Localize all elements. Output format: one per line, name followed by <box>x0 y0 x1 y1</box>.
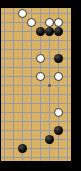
board-intersection[interactable] <box>27 144 36 153</box>
board-intersection[interactable] <box>18 90 27 99</box>
board-intersection[interactable] <box>45 117 54 126</box>
white-stone <box>45 18 54 27</box>
black-stone <box>54 27 63 36</box>
board-intersection[interactable] <box>9 117 18 126</box>
board-intersection[interactable] <box>54 117 63 126</box>
star-point <box>48 84 51 87</box>
board-intersection[interactable] <box>9 90 18 99</box>
board-intersection[interactable] <box>18 27 27 36</box>
board-intersection[interactable] <box>63 27 72 36</box>
white-stone <box>36 54 45 63</box>
board-intersection[interactable] <box>9 135 18 144</box>
board-intersection[interactable] <box>0 45 9 54</box>
board-intersection[interactable] <box>27 36 36 45</box>
board-intersection[interactable] <box>9 81 18 90</box>
board-intersection[interactable] <box>0 90 9 99</box>
board-intersection[interactable] <box>36 63 45 72</box>
black-stone <box>54 54 63 63</box>
white-stone <box>36 72 45 81</box>
white-stone <box>54 108 63 117</box>
board-intersection[interactable] <box>27 90 36 99</box>
board-intersection[interactable] <box>36 117 45 126</box>
board-intersection[interactable] <box>45 45 54 54</box>
board-intersection[interactable] <box>54 9 63 18</box>
board-intersection[interactable] <box>0 144 9 153</box>
board-intersection[interactable] <box>45 99 54 108</box>
board-intersection[interactable] <box>63 117 72 126</box>
board-intersection[interactable] <box>54 99 63 108</box>
board-intersection[interactable] <box>63 135 72 144</box>
board-intersection[interactable] <box>63 63 72 72</box>
board-intersection[interactable] <box>54 81 63 90</box>
board-intersection[interactable] <box>18 153 27 162</box>
board-intersection[interactable] <box>54 36 63 45</box>
board-intersection[interactable] <box>18 9 27 18</box>
board-intersection[interactable] <box>0 72 9 81</box>
board-intersection[interactable] <box>54 108 63 117</box>
board-intersection[interactable] <box>0 99 9 108</box>
board-intersection[interactable] <box>9 153 18 162</box>
board-intersection[interactable] <box>63 153 72 162</box>
board-intersection[interactable] <box>36 9 45 18</box>
board-intersection[interactable] <box>9 63 18 72</box>
board-intersection[interactable] <box>18 45 27 54</box>
board-intersection[interactable] <box>54 27 63 36</box>
board-intersection[interactable] <box>63 144 72 153</box>
board-intersection[interactable] <box>27 135 36 144</box>
white-stone <box>54 18 63 27</box>
board-intersection[interactable] <box>63 81 72 90</box>
board-intersection[interactable] <box>27 45 36 54</box>
board-intersection[interactable] <box>45 63 54 72</box>
white-stone <box>54 72 63 81</box>
board-intersection[interactable] <box>9 45 18 54</box>
board-intersection[interactable] <box>0 126 9 135</box>
board-intersection[interactable] <box>36 153 45 162</box>
board-intersection[interactable] <box>45 72 54 81</box>
board-intersection[interactable] <box>36 144 45 153</box>
board-intersection[interactable] <box>45 54 54 63</box>
board-intersection[interactable] <box>9 18 18 27</box>
board-intersection[interactable] <box>45 144 54 153</box>
board-intersection[interactable] <box>0 54 9 63</box>
board-intersection[interactable] <box>18 18 27 27</box>
board-intersection[interactable] <box>36 36 45 45</box>
board-intersection[interactable] <box>0 117 9 126</box>
board-intersection[interactable] <box>54 126 63 135</box>
board-intersection[interactable] <box>36 135 45 144</box>
board-intersection[interactable] <box>27 99 36 108</box>
board-intersection[interactable] <box>63 108 72 117</box>
board-intersection[interactable] <box>54 45 63 54</box>
board-intersection[interactable] <box>9 126 18 135</box>
board-intersection[interactable] <box>9 99 18 108</box>
board-intersection[interactable] <box>18 72 27 81</box>
board-intersection[interactable] <box>45 135 54 144</box>
board-intersection[interactable] <box>18 99 27 108</box>
board-intersection[interactable] <box>36 126 45 135</box>
board-intersection[interactable] <box>45 9 54 18</box>
board-intersection[interactable] <box>36 99 45 108</box>
board-intersection[interactable] <box>45 18 54 27</box>
board-intersection[interactable] <box>0 9 9 18</box>
black-stone <box>36 27 45 36</box>
board-intersection[interactable] <box>63 72 72 81</box>
board-intersection[interactable] <box>63 99 72 108</box>
board-intersection[interactable] <box>36 72 45 81</box>
board-intersection[interactable] <box>18 63 27 72</box>
board-intersection[interactable] <box>27 81 36 90</box>
board-intersection[interactable] <box>0 27 9 36</box>
board-intersection[interactable] <box>54 63 63 72</box>
board-intersection[interactable] <box>36 54 45 63</box>
board-intersection[interactable] <box>27 117 36 126</box>
board-intersection[interactable] <box>63 90 72 99</box>
board-intersection[interactable] <box>54 153 63 162</box>
board-intersection[interactable] <box>54 18 63 27</box>
board-intersection[interactable] <box>0 135 9 144</box>
board-intersection[interactable] <box>27 63 36 72</box>
board-intersection[interactable] <box>0 63 9 72</box>
board-intersection[interactable] <box>36 45 45 54</box>
board-intersection[interactable] <box>27 126 36 135</box>
board-intersection[interactable] <box>0 153 9 162</box>
go-board-crop <box>0 0 81 171</box>
board-intersection[interactable] <box>27 54 36 63</box>
board-intersection[interactable] <box>9 9 18 18</box>
board-intersection[interactable] <box>18 144 27 153</box>
board-intersection[interactable] <box>63 18 72 27</box>
black-stone <box>54 126 63 135</box>
black-stone <box>45 135 54 144</box>
board-intersection[interactable] <box>54 135 63 144</box>
board-intersection[interactable] <box>45 27 54 36</box>
board-intersection[interactable] <box>63 9 72 18</box>
board-intersection[interactable] <box>45 153 54 162</box>
board-intersection[interactable] <box>63 54 72 63</box>
board-intersection[interactable] <box>54 144 63 153</box>
board-intersection[interactable] <box>9 72 18 81</box>
board-intersection[interactable] <box>0 108 9 117</box>
board-intersection[interactable] <box>18 81 27 90</box>
board-intersection[interactable] <box>54 90 63 99</box>
board-intersection[interactable] <box>27 153 36 162</box>
board-intersection[interactable] <box>36 18 45 27</box>
board-intersection[interactable] <box>63 126 72 135</box>
board-intersection[interactable] <box>36 81 45 90</box>
board-intersection[interactable] <box>18 54 27 63</box>
black-stone <box>45 27 54 36</box>
board-grid <box>0 9 72 162</box>
board-intersection[interactable] <box>18 135 27 144</box>
board-intersection[interactable] <box>18 108 27 117</box>
board-intersection[interactable] <box>54 72 63 81</box>
board-intersection[interactable] <box>63 36 72 45</box>
board-intersection[interactable] <box>45 90 54 99</box>
board-intersection[interactable] <box>18 126 27 135</box>
board-intersection[interactable] <box>0 18 9 27</box>
go-board <box>1 8 71 161</box>
board-intersection[interactable] <box>36 108 45 117</box>
board-intersection[interactable] <box>9 108 18 117</box>
board-intersection[interactable] <box>27 72 36 81</box>
white-stone <box>27 18 36 27</box>
board-intersection[interactable] <box>9 144 18 153</box>
board-intersection[interactable] <box>27 27 36 36</box>
board-intersection[interactable] <box>45 126 54 135</box>
board-intersection[interactable] <box>0 81 9 90</box>
board-intersection[interactable] <box>36 27 45 36</box>
board-intersection[interactable] <box>27 108 36 117</box>
board-intersection[interactable] <box>27 18 36 27</box>
board-intersection[interactable] <box>18 36 27 45</box>
black-stone <box>18 144 27 153</box>
board-intersection[interactable] <box>36 90 45 99</box>
board-intersection[interactable] <box>54 54 63 63</box>
board-intersection[interactable] <box>9 27 18 36</box>
board-intersection[interactable] <box>45 108 54 117</box>
board-intersection[interactable] <box>9 36 18 45</box>
board-intersection[interactable] <box>45 36 54 45</box>
board-intersection[interactable] <box>0 36 9 45</box>
white-stone <box>18 9 27 18</box>
board-intersection[interactable] <box>27 9 36 18</box>
board-intersection[interactable] <box>63 45 72 54</box>
board-intersection[interactable] <box>18 117 27 126</box>
board-intersection[interactable] <box>9 54 18 63</box>
